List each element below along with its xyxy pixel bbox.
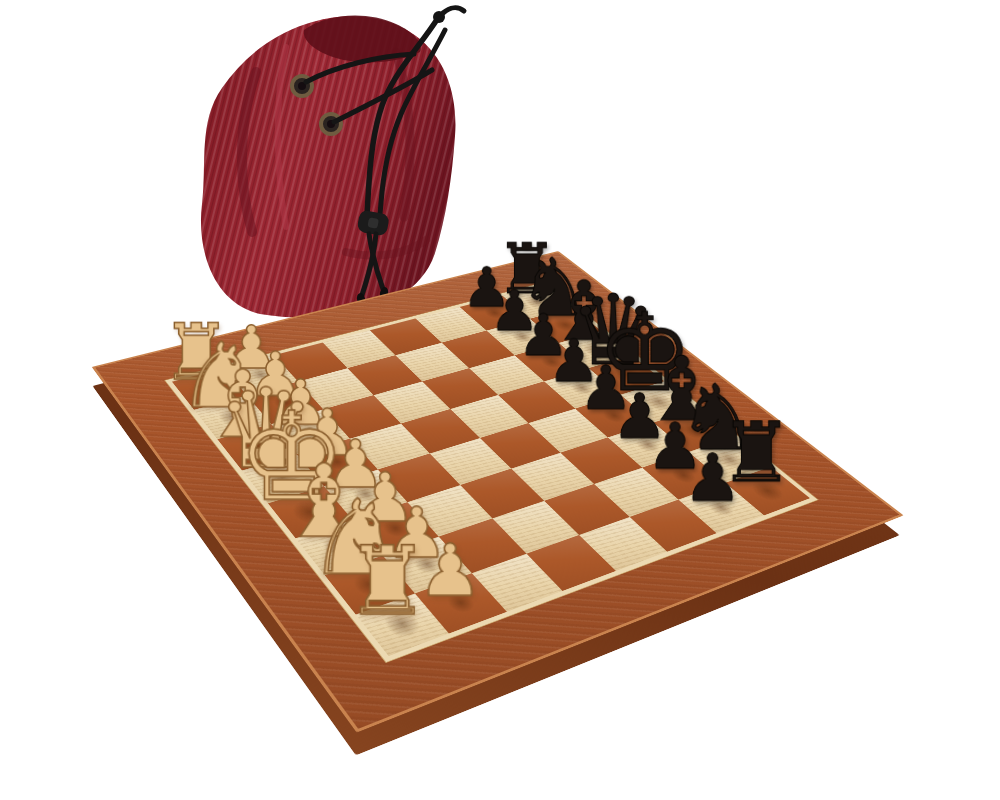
chessboard: ♜♟♞♟♝♟♛♟♚♟♟♜♝♟♟♞♞♟♟♝♜♟♟♛♟♚♟♝♟♞♟♜ [92, 251, 904, 733]
piece-black-pawn-h7[interactable]: ♟ [681, 445, 743, 510]
board-area: ♜♟♞♟♝♟♛♟♚♟♟♜♝♟♟♞♞♟♟♝♜♟♟♛♟♚♟♝♟♞♟♜ [0, 0, 1000, 800]
piece-white-rook-h1[interactable]: ♜ [342, 534, 432, 629]
scene: ♜♟♞♟♝♟♛♟♚♟♟♜♝♟♟♞♞♟♟♝♜♟♟♛♟♚♟♝♟♞♟♜ [0, 0, 1000, 800]
